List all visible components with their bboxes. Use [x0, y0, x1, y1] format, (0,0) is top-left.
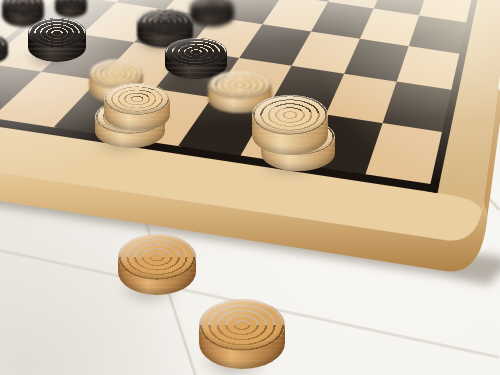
- black-man-4-top: [137, 9, 193, 35]
- wood-man-floor-2[interactable]: [199, 299, 285, 369]
- wood-man-floor-2-top: [199, 299, 285, 351]
- wood-king-1-top[interactable]: [104, 83, 170, 131]
- wood-man-floor-1[interactable]: [118, 234, 196, 295]
- wood-man-floor-1-top: [118, 234, 196, 280]
- pieces-layer: [0, 0, 500, 375]
- black-man-5-top: [28, 18, 86, 48]
- black-man-7-top: [165, 38, 227, 66]
- black-man-6[interactable]: [0, 35, 8, 63]
- wood-king-2-top-top: [252, 95, 328, 135]
- checkers-photo-scene: [0, 0, 500, 375]
- wood-king-1-top-top: [104, 83, 170, 115]
- black-man-3[interactable]: [190, 0, 234, 27]
- black-man-5[interactable]: [28, 18, 86, 62]
- black-man-2[interactable]: [55, 0, 87, 18]
- wood-king-2-top[interactable]: [252, 95, 328, 155]
